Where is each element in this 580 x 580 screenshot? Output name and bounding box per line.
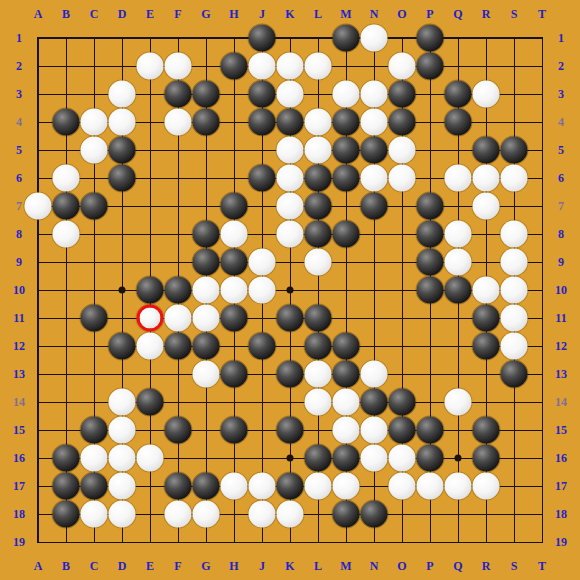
- stone-black-F17: [165, 473, 192, 500]
- stone-black-K17: [277, 473, 304, 500]
- stone-black-G8: [193, 221, 220, 248]
- col-label-bottom-T: T: [538, 560, 546, 572]
- stone-white-E16: [137, 445, 164, 472]
- stone-black-N7: [361, 193, 388, 220]
- row-label-left-3: 3: [16, 88, 22, 100]
- stone-white-C4: [81, 109, 108, 136]
- stone-white-Q9: [445, 249, 472, 276]
- stone-black-C17: [81, 473, 108, 500]
- stone-black-G4: [193, 109, 220, 136]
- stone-white-R3: [473, 81, 500, 108]
- stone-white-O16: [389, 445, 416, 472]
- row-label-right-15: 15: [555, 424, 567, 436]
- stone-white-M14: [333, 389, 360, 416]
- stone-black-F10: [165, 277, 192, 304]
- stone-white-Q17: [445, 473, 472, 500]
- stone-black-B18: [53, 501, 80, 528]
- stone-white-C18: [81, 501, 108, 528]
- row-label-right-12: 12: [555, 340, 567, 352]
- stone-black-P16: [417, 445, 444, 472]
- stone-black-G17: [193, 473, 220, 500]
- stone-black-Q4: [445, 109, 472, 136]
- col-label-bottom-M: M: [340, 560, 351, 572]
- col-label-bottom-D: D: [118, 560, 127, 572]
- stone-white-N13: [361, 361, 388, 388]
- stone-white-J17: [249, 473, 276, 500]
- col-label-top-S: S: [511, 8, 518, 20]
- col-label-top-D: D: [118, 8, 127, 20]
- stone-white-S8: [501, 221, 528, 248]
- stone-white-Q8: [445, 221, 472, 248]
- stone-white-C5: [81, 137, 108, 164]
- stone-white-S9: [501, 249, 528, 276]
- stone-black-N14: [361, 389, 388, 416]
- col-label-bottom-O: O: [397, 560, 406, 572]
- stone-white-J10: [249, 277, 276, 304]
- stone-white-L17: [305, 473, 332, 500]
- stone-white-E12: [137, 333, 164, 360]
- col-label-top-N: N: [370, 8, 379, 20]
- stone-white-K6: [277, 165, 304, 192]
- col-label-top-E: E: [146, 8, 154, 20]
- stone-black-K15: [277, 417, 304, 444]
- stone-black-P15: [417, 417, 444, 444]
- go-board-app: ABCDEFGHJKLMNOPQRST ABCDEFGHJKLMNOPQRST …: [0, 0, 580, 580]
- col-label-top-B: B: [62, 8, 70, 20]
- stone-black-B7: [53, 193, 80, 220]
- stone-white-G10: [193, 277, 220, 304]
- stone-white-L2: [305, 53, 332, 80]
- stone-white-L4: [305, 109, 332, 136]
- row-label-right-4: 4: [558, 116, 564, 128]
- stone-black-G12: [193, 333, 220, 360]
- col-label-top-K: K: [285, 8, 294, 20]
- stone-white-S6: [501, 165, 528, 192]
- stone-white-O17: [389, 473, 416, 500]
- stone-black-C7: [81, 193, 108, 220]
- col-label-top-J: J: [259, 8, 265, 20]
- stone-black-L11: [305, 305, 332, 332]
- stone-white-F11: [165, 305, 192, 332]
- stone-black-P8: [417, 221, 444, 248]
- stone-white-N15: [361, 417, 388, 444]
- stone-white-G13: [193, 361, 220, 388]
- stone-white-F2: [165, 53, 192, 80]
- stone-white-J18: [249, 501, 276, 528]
- stone-white-K3: [277, 81, 304, 108]
- stone-white-L5: [305, 137, 332, 164]
- row-label-right-9: 9: [558, 256, 564, 268]
- stone-white-N6: [361, 165, 388, 192]
- row-label-right-19: 19: [555, 536, 567, 548]
- col-label-bottom-F: F: [174, 560, 181, 572]
- row-label-left-4: 4: [16, 116, 22, 128]
- stone-black-K11: [277, 305, 304, 332]
- stone-white-B8: [53, 221, 80, 248]
- stone-white-G11: [193, 305, 220, 332]
- row-label-right-1: 1: [558, 32, 564, 44]
- stone-black-R5: [473, 137, 500, 164]
- stone-black-M16: [333, 445, 360, 472]
- stone-black-C11: [81, 305, 108, 332]
- stone-black-K13: [277, 361, 304, 388]
- col-label-bottom-A: A: [34, 560, 43, 572]
- row-label-left-5: 5: [16, 144, 22, 156]
- row-label-right-17: 17: [555, 480, 567, 492]
- stone-black-O3: [389, 81, 416, 108]
- stone-white-C16: [81, 445, 108, 472]
- row-label-left-8: 8: [16, 228, 22, 240]
- col-label-top-O: O: [397, 8, 406, 20]
- row-label-right-11: 11: [555, 312, 566, 324]
- stone-white-D16: [109, 445, 136, 472]
- stone-white-O6: [389, 165, 416, 192]
- stone-white-R6: [473, 165, 500, 192]
- stone-white-M17: [333, 473, 360, 500]
- stone-black-E14: [137, 389, 164, 416]
- row-label-left-7: 7: [16, 200, 22, 212]
- row-label-right-10: 10: [555, 284, 567, 296]
- stone-white-R17: [473, 473, 500, 500]
- stone-white-N3: [361, 81, 388, 108]
- last-move-stone-white-E11: [137, 305, 164, 332]
- stone-black-H11: [221, 305, 248, 332]
- stone-black-M5: [333, 137, 360, 164]
- stone-black-M4: [333, 109, 360, 136]
- col-label-top-L: L: [314, 8, 322, 20]
- stone-white-D14: [109, 389, 136, 416]
- stone-black-L12: [305, 333, 332, 360]
- stone-white-R10: [473, 277, 500, 304]
- stone-white-D4: [109, 109, 136, 136]
- stone-black-S5: [501, 137, 528, 164]
- col-label-bottom-H: H: [229, 560, 238, 572]
- star-point-K10: [287, 287, 294, 294]
- col-label-top-C: C: [90, 8, 99, 20]
- stone-white-A7: [25, 193, 52, 220]
- stone-white-H17: [221, 473, 248, 500]
- row-label-right-5: 5: [558, 144, 564, 156]
- stone-black-M18: [333, 501, 360, 528]
- stone-white-P17: [417, 473, 444, 500]
- stone-black-H15: [221, 417, 248, 444]
- stone-black-B17: [53, 473, 80, 500]
- stone-white-S10: [501, 277, 528, 304]
- stone-white-O5: [389, 137, 416, 164]
- stone-white-Q14: [445, 389, 472, 416]
- col-label-bottom-E: E: [146, 560, 154, 572]
- stone-white-E2: [137, 53, 164, 80]
- star-point-D10: [119, 287, 126, 294]
- stone-white-F18: [165, 501, 192, 528]
- stone-white-K2: [277, 53, 304, 80]
- row-label-right-2: 2: [558, 60, 564, 72]
- row-label-right-6: 6: [558, 172, 564, 184]
- col-label-bottom-C: C: [90, 560, 99, 572]
- col-label-bottom-Q: Q: [453, 560, 462, 572]
- row-label-left-1: 1: [16, 32, 22, 44]
- col-label-bottom-J: J: [259, 560, 265, 572]
- stone-white-Q6: [445, 165, 472, 192]
- stone-black-Q3: [445, 81, 472, 108]
- stone-white-J2: [249, 53, 276, 80]
- col-label-top-R: R: [482, 8, 491, 20]
- stone-black-M12: [333, 333, 360, 360]
- stone-white-K18: [277, 501, 304, 528]
- row-label-left-11: 11: [13, 312, 24, 324]
- stone-black-L16: [305, 445, 332, 472]
- col-label-bottom-R: R: [482, 560, 491, 572]
- stone-white-S12: [501, 333, 528, 360]
- stone-black-D5: [109, 137, 136, 164]
- stone-black-P9: [417, 249, 444, 276]
- stone-white-H10: [221, 277, 248, 304]
- stone-white-H8: [221, 221, 248, 248]
- stone-white-N16: [361, 445, 388, 472]
- stone-black-C15: [81, 417, 108, 444]
- stone-black-K4: [277, 109, 304, 136]
- stone-black-P2: [417, 53, 444, 80]
- stone-black-P7: [417, 193, 444, 220]
- stone-white-L14: [305, 389, 332, 416]
- col-label-bottom-L: L: [314, 560, 322, 572]
- stone-black-H9: [221, 249, 248, 276]
- stone-black-N5: [361, 137, 388, 164]
- stone-black-R12: [473, 333, 500, 360]
- col-label-top-M: M: [340, 8, 351, 20]
- row-label-right-16: 16: [555, 452, 567, 464]
- stone-black-J3: [249, 81, 276, 108]
- row-label-right-8: 8: [558, 228, 564, 240]
- stone-black-O14: [389, 389, 416, 416]
- stone-black-J6: [249, 165, 276, 192]
- stone-black-F12: [165, 333, 192, 360]
- stone-black-N18: [361, 501, 388, 528]
- col-label-bottom-G: G: [201, 560, 210, 572]
- stone-black-H2: [221, 53, 248, 80]
- stone-black-L7: [305, 193, 332, 220]
- star-point-Q16: [455, 455, 462, 462]
- stone-black-B16: [53, 445, 80, 472]
- stone-black-J12: [249, 333, 276, 360]
- stone-white-M15: [333, 417, 360, 444]
- goban[interactable]: [24, 24, 556, 556]
- row-label-right-18: 18: [555, 508, 567, 520]
- stone-white-D3: [109, 81, 136, 108]
- stone-black-G3: [193, 81, 220, 108]
- stone-white-D18: [109, 501, 136, 528]
- stone-white-D17: [109, 473, 136, 500]
- stone-white-J9: [249, 249, 276, 276]
- stone-white-R7: [473, 193, 500, 220]
- row-label-left-9: 9: [16, 256, 22, 268]
- col-label-top-P: P: [426, 8, 433, 20]
- stone-white-L9: [305, 249, 332, 276]
- stone-white-O2: [389, 53, 416, 80]
- col-label-bottom-P: P: [426, 560, 433, 572]
- row-label-right-3: 3: [558, 88, 564, 100]
- stone-white-N1: [361, 25, 388, 52]
- row-label-left-2: 2: [16, 60, 22, 72]
- stone-black-G9: [193, 249, 220, 276]
- col-label-bottom-B: B: [62, 560, 70, 572]
- stone-white-F4: [165, 109, 192, 136]
- stone-black-O4: [389, 109, 416, 136]
- stone-black-O15: [389, 417, 416, 444]
- col-label-top-H: H: [229, 8, 238, 20]
- col-label-top-G: G: [201, 8, 210, 20]
- stone-white-K7: [277, 193, 304, 220]
- stone-black-J4: [249, 109, 276, 136]
- col-label-top-Q: Q: [453, 8, 462, 20]
- row-label-right-14: 14: [555, 396, 567, 408]
- stone-black-E10: [137, 277, 164, 304]
- col-label-bottom-N: N: [370, 560, 379, 572]
- stone-white-B6: [53, 165, 80, 192]
- stone-black-D6: [109, 165, 136, 192]
- stone-black-M6: [333, 165, 360, 192]
- stone-black-H7: [221, 193, 248, 220]
- stone-white-D15: [109, 417, 136, 444]
- stone-black-R15: [473, 417, 500, 444]
- stone-black-Q10: [445, 277, 472, 304]
- col-label-top-T: T: [538, 8, 546, 20]
- col-label-top-A: A: [34, 8, 43, 20]
- stone-white-L13: [305, 361, 332, 388]
- stone-white-N4: [361, 109, 388, 136]
- stone-black-D12: [109, 333, 136, 360]
- row-label-right-13: 13: [555, 368, 567, 380]
- row-label-right-7: 7: [558, 200, 564, 212]
- stone-black-M13: [333, 361, 360, 388]
- stone-black-L8: [305, 221, 332, 248]
- col-label-bottom-S: S: [511, 560, 518, 572]
- stone-black-F3: [165, 81, 192, 108]
- stone-white-K5: [277, 137, 304, 164]
- col-label-top-F: F: [174, 8, 181, 20]
- stone-white-G18: [193, 501, 220, 528]
- stone-black-M1: [333, 25, 360, 52]
- stone-black-M8: [333, 221, 360, 248]
- stone-white-S11: [501, 305, 528, 332]
- stone-black-B4: [53, 109, 80, 136]
- stone-white-M3: [333, 81, 360, 108]
- stone-black-S13: [501, 361, 528, 388]
- stone-black-L6: [305, 165, 332, 192]
- star-point-K16: [287, 455, 294, 462]
- stone-black-R16: [473, 445, 500, 472]
- col-label-bottom-K: K: [285, 560, 294, 572]
- stone-black-P1: [417, 25, 444, 52]
- stone-black-J1: [249, 25, 276, 52]
- stone-black-P10: [417, 277, 444, 304]
- stone-black-F15: [165, 417, 192, 444]
- stone-black-H13: [221, 361, 248, 388]
- stone-black-R11: [473, 305, 500, 332]
- stone-white-K8: [277, 221, 304, 248]
- row-label-left-6: 6: [16, 172, 22, 184]
